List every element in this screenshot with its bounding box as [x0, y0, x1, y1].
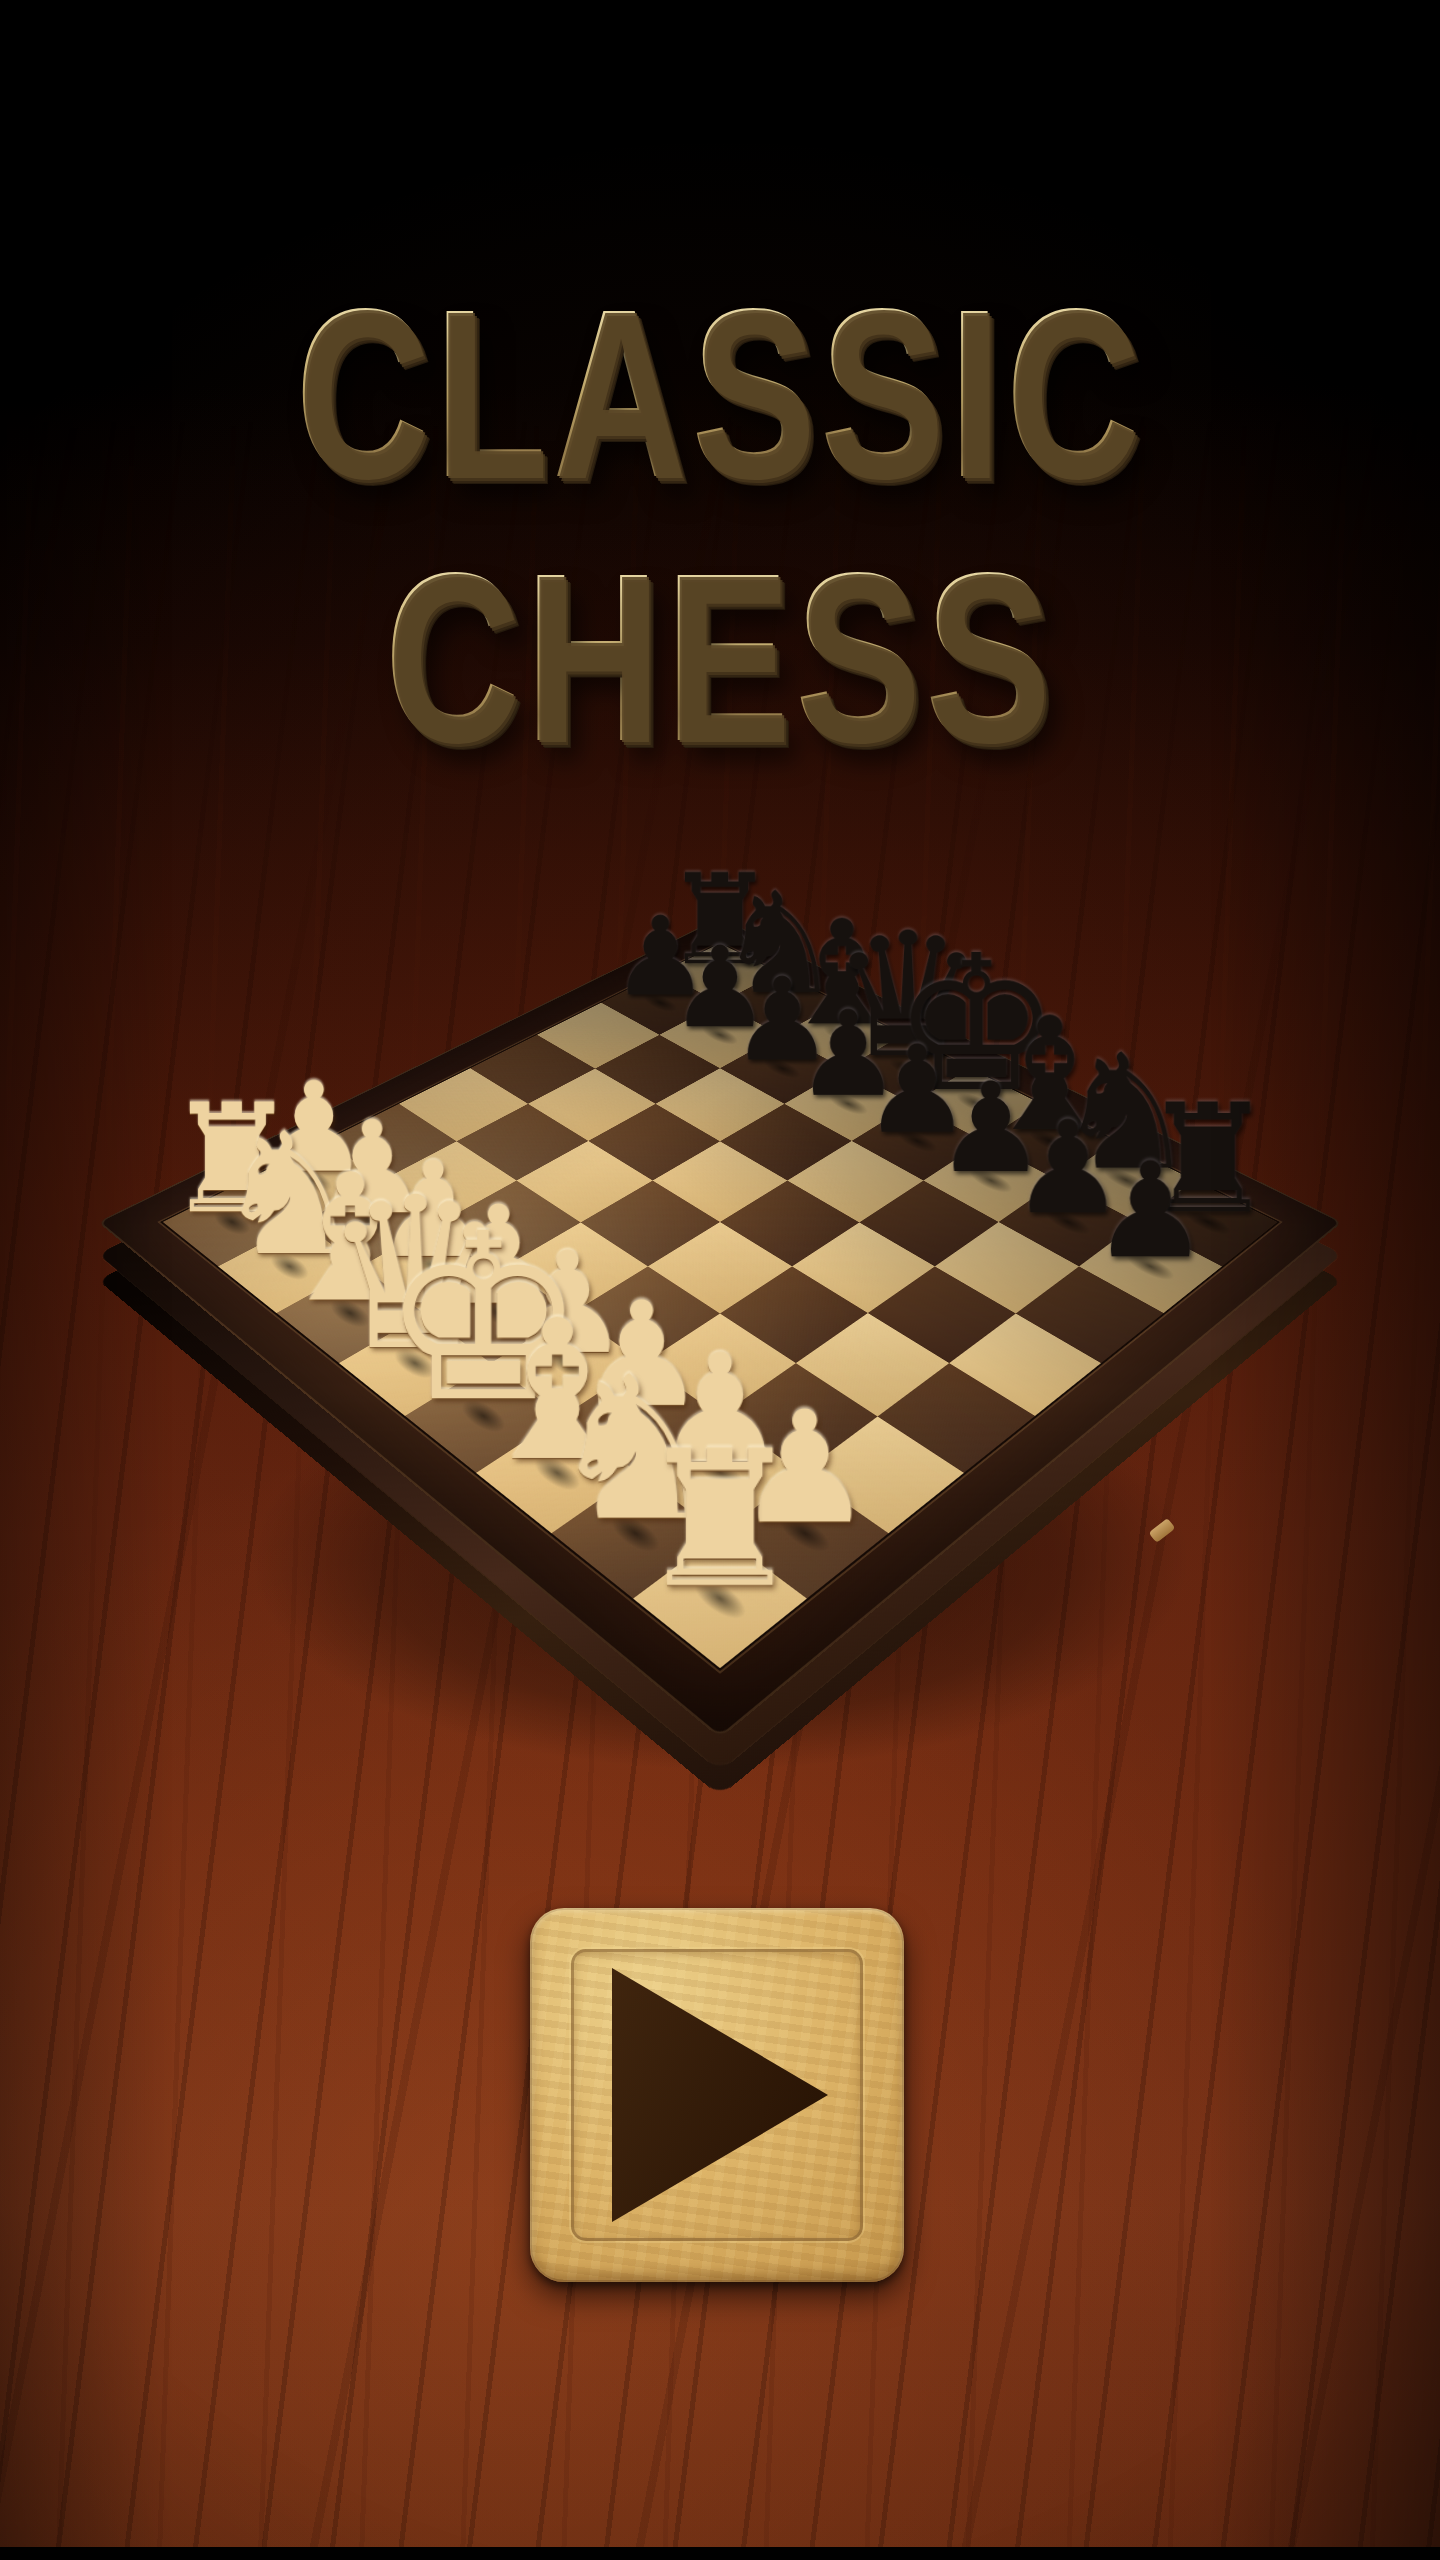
app-screen: CLASSIC CHESS ♜♞♝♛♚♝♞♜♟♟♟♟♟♟♟♟♟♟♟♟♟♟♟♟♜♞… — [0, 0, 1440, 2560]
bottom-edge — [0, 2547, 1440, 2560]
play-button[interactable] — [530, 1908, 904, 2282]
play-icon — [612, 1968, 828, 2222]
